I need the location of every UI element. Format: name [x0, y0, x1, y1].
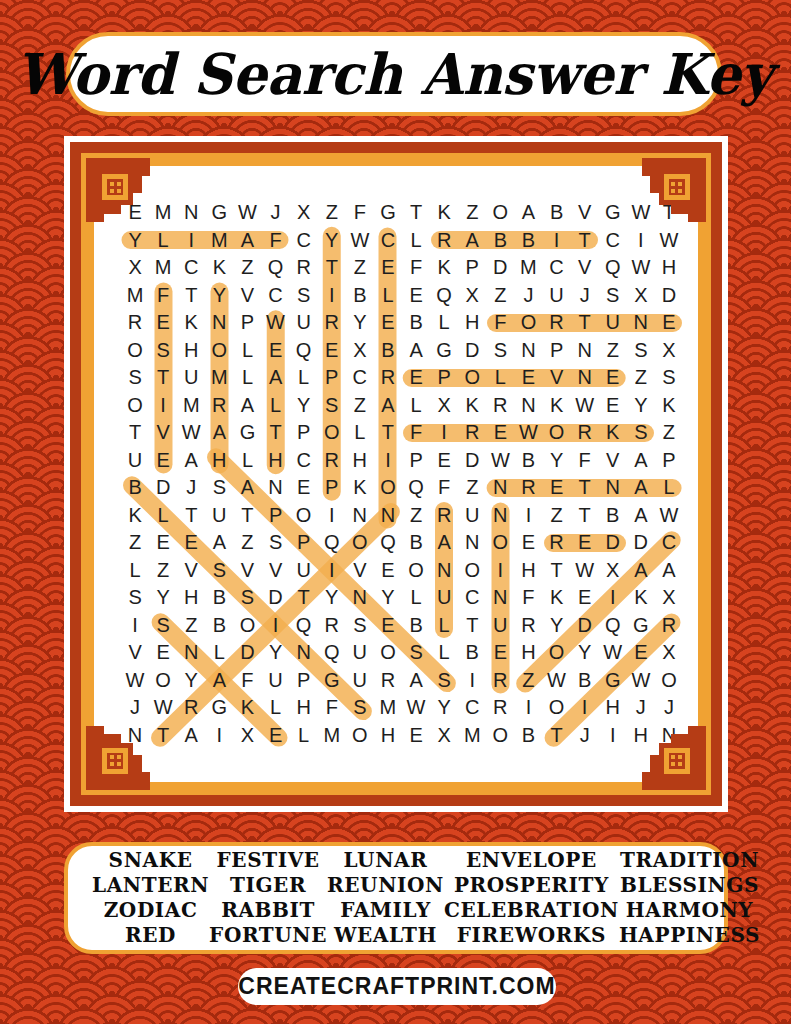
grid-cell: U [290, 557, 318, 585]
grid-cell: E [262, 337, 290, 365]
grid-cell: S [262, 529, 290, 557]
grid-cell: H [458, 309, 486, 337]
word-list-item: TIGER [230, 873, 306, 898]
grid-cell: S [205, 474, 233, 502]
grid-cell: I [430, 419, 458, 447]
grid-cell: Q [318, 529, 346, 557]
grid-cell: L [262, 694, 290, 722]
grid-cell: U [543, 282, 571, 310]
grid-cell: M [458, 722, 486, 750]
grid-cell: T [318, 254, 346, 282]
word-list-item: SNAKE [109, 848, 193, 873]
grid-cell: E [655, 309, 683, 337]
grid-cell: W [514, 419, 542, 447]
grid-cell: Z [458, 199, 486, 227]
grid-cell: F [149, 282, 177, 310]
grid-cell: O [318, 419, 346, 447]
grid-cell: P [402, 447, 430, 475]
grid-cell: O [458, 364, 486, 392]
grid-cell: Q [318, 639, 346, 667]
grid-cell: L [374, 282, 402, 310]
grid-cell: T [290, 584, 318, 612]
grid-cell: U [430, 584, 458, 612]
word-list-item: HAPPINESS [619, 923, 760, 948]
grid-cell: R [374, 364, 402, 392]
grid-cell: H [599, 694, 627, 722]
grid-cell: H [374, 722, 402, 750]
grid-cell: C [177, 254, 205, 282]
grid-cell: G [599, 667, 627, 695]
grid-cell: E [402, 722, 430, 750]
grid-cell: G [374, 199, 402, 227]
grid-cell: I [149, 392, 177, 420]
grid-cell: O [290, 502, 318, 530]
grid-cell: Z [149, 557, 177, 585]
grid-cell: B [514, 447, 542, 475]
grid-cell: M [149, 254, 177, 282]
grid-cell: J [177, 474, 205, 502]
word-list-item: REUNION [327, 873, 444, 898]
grid-cell: N [205, 309, 233, 337]
grid-cell: R [514, 612, 542, 640]
grid-cell: E [514, 364, 542, 392]
grid-cell: C [543, 254, 571, 282]
grid-cell: N [514, 392, 542, 420]
grid-cell: H [262, 447, 290, 475]
grid-cell: T [177, 502, 205, 530]
grid-cell: F [346, 199, 374, 227]
grid-cell: O [486, 199, 514, 227]
grid-cell: K [655, 392, 683, 420]
grid-cell: N [262, 474, 290, 502]
grid-cell: F [514, 584, 542, 612]
grid-cell: D [627, 529, 655, 557]
letter-grid: EMNGWJXZFGTKZOABVGWTYLIMAFCYWCLRABBITCIW… [121, 199, 683, 749]
grid-cell: S [346, 612, 374, 640]
grid-cell: S [655, 364, 683, 392]
grid-cell: R [318, 447, 346, 475]
grid-cell: S [233, 584, 261, 612]
grid-cell: B [514, 722, 542, 750]
grid-cell: H [655, 254, 683, 282]
grid-cell: J [262, 199, 290, 227]
grid-cell: K [599, 419, 627, 447]
grid-cell: K [543, 584, 571, 612]
grid-cell: Z [346, 254, 374, 282]
grid-cell: B [121, 474, 149, 502]
grid-cell: Z [233, 529, 261, 557]
word-list-column: ENVELOPEPROSPERITYCELEBRATIONFIREWORKS [444, 848, 619, 948]
grid-cell: C [290, 227, 318, 255]
grid-cell: Y [543, 447, 571, 475]
grid-cell: E [486, 419, 514, 447]
grid-cell: O [458, 557, 486, 585]
grid-cell: R [486, 667, 514, 695]
grid-cell: X [121, 254, 149, 282]
grid-cell: U [346, 639, 374, 667]
grid-cell: Z [627, 364, 655, 392]
grid-cell: K [430, 199, 458, 227]
grid-cell: A [655, 557, 683, 585]
grid-cell: K [627, 584, 655, 612]
grid-cell: O [374, 639, 402, 667]
grid-cell: H [514, 557, 542, 585]
grid-cell: U [205, 502, 233, 530]
grid-cell: C [262, 282, 290, 310]
grid-cell: U [177, 364, 205, 392]
grid-cell: N [458, 529, 486, 557]
grid-cell: P [318, 364, 346, 392]
grid-cell: S [627, 337, 655, 365]
puzzle-grid-area: EMNGWJXZFGTKZOABVGWTYLIMAFCYWCLRABBITCIW… [121, 199, 683, 749]
grid-cell: B [402, 612, 430, 640]
grid-cell: H [514, 639, 542, 667]
grid-cell: V [233, 557, 261, 585]
grid-cell: N [430, 557, 458, 585]
grid-cell: F [318, 694, 346, 722]
grid-cell: F [486, 309, 514, 337]
grid-cell: Z [233, 254, 261, 282]
grid-cell: R [655, 612, 683, 640]
grid-cell: D [262, 584, 290, 612]
grid-cell: T [543, 557, 571, 585]
grid-cell: Y [205, 282, 233, 310]
grid-cell: G [233, 419, 261, 447]
grid-cell: Y [571, 639, 599, 667]
grid-cell: V [543, 364, 571, 392]
grid-cell: X [655, 639, 683, 667]
grid-cell: A [402, 667, 430, 695]
grid-cell: V [346, 557, 374, 585]
grid-cell: R [543, 309, 571, 337]
grid-cell: F [402, 254, 430, 282]
grid-cell: S [627, 419, 655, 447]
grid-cell: U [486, 612, 514, 640]
grid-cell: I [205, 722, 233, 750]
grid-cell: U [599, 309, 627, 337]
grid-cell: K [458, 392, 486, 420]
grid-cell: L [430, 309, 458, 337]
grid-cell: E [374, 254, 402, 282]
grid-cell: B [402, 309, 430, 337]
grid-cell: O [121, 337, 149, 365]
footer-badge: CREATECRAFTPRINT.COM [238, 968, 556, 1005]
grid-cell: M [177, 392, 205, 420]
grid-cell: T [543, 722, 571, 750]
grid-cell: E [149, 309, 177, 337]
word-list-column: TRADITIONBLESSINGSHARMONYHAPPINESS [619, 848, 760, 948]
grid-cell: I [262, 612, 290, 640]
grid-cell: R [430, 502, 458, 530]
grid-cell: A [233, 392, 261, 420]
title-banner: Word Search Answer Key [66, 32, 722, 116]
grid-cell: H [177, 337, 205, 365]
grid-cell: Q [262, 254, 290, 282]
grid-cell: I [121, 612, 149, 640]
grid-cell: F [571, 447, 599, 475]
grid-cell: B [346, 282, 374, 310]
grid-cell: Q [402, 474, 430, 502]
grid-cell: L [402, 584, 430, 612]
word-list-item: WEALTH [334, 923, 437, 948]
word-list-column: FESTIVETIGERRABBITFORTUNE [209, 848, 327, 948]
grid-cell: A [177, 447, 205, 475]
grid-cell: L [233, 447, 261, 475]
grid-cell: D [458, 447, 486, 475]
grid-cell: L [121, 557, 149, 585]
grid-cell: U [346, 667, 374, 695]
grid-cell: A [627, 557, 655, 585]
grid-cell: E [374, 612, 402, 640]
grid-cell: R [543, 529, 571, 557]
grid-cell: Z [121, 529, 149, 557]
word-list-panel: SNAKELANTERNZODIACREDFESTIVETIGERRABBITF… [64, 842, 728, 954]
grid-cell: R [121, 309, 149, 337]
grid-cell: V [571, 254, 599, 282]
grid-cell: T [233, 502, 261, 530]
grid-cell: A [402, 337, 430, 365]
grid-cell: A [205, 419, 233, 447]
grid-cell: Z [543, 502, 571, 530]
grid-cell: N [374, 502, 402, 530]
grid-cell: A [430, 529, 458, 557]
grid-cell: G [318, 667, 346, 695]
grid-cell: E [599, 364, 627, 392]
grid-cell: T [571, 309, 599, 337]
grid-cell: E [430, 447, 458, 475]
grid-cell: Z [177, 612, 205, 640]
word-list-item: FIREWORKS [457, 923, 606, 948]
grid-cell: P [290, 667, 318, 695]
grid-cell: M [205, 227, 233, 255]
grid-cell: E [149, 639, 177, 667]
grid-cell: B [599, 502, 627, 530]
word-list-item: ZODIAC [104, 898, 198, 923]
grid-cell: L [149, 502, 177, 530]
grid-cell: F [430, 474, 458, 502]
grid-cell: J [571, 722, 599, 750]
grid-cell: W [599, 639, 627, 667]
grid-cell: E [374, 557, 402, 585]
grid-cell: M [374, 694, 402, 722]
grid-cell: I [318, 502, 346, 530]
grid-cell: I [514, 694, 542, 722]
grid-cell: F [262, 227, 290, 255]
grid-cell: O [655, 667, 683, 695]
grid-cell: Q [599, 254, 627, 282]
grid-cell: T [374, 419, 402, 447]
grid-cell: E [599, 392, 627, 420]
grid-cell: D [233, 639, 261, 667]
corner-ornament-top-left [86, 158, 162, 234]
grid-cell: T [149, 364, 177, 392]
grid-cell: C [346, 364, 374, 392]
grid-cell: U [290, 309, 318, 337]
grid-cell: R [177, 694, 205, 722]
grid-cell: B [571, 667, 599, 695]
grid-cell: Y [177, 667, 205, 695]
grid-cell: N [346, 584, 374, 612]
grid-cell: A [233, 474, 261, 502]
word-list-item: RED [125, 923, 176, 948]
grid-cell: R [458, 419, 486, 447]
grid-cell: Z [514, 667, 542, 695]
grid-cell: O [486, 529, 514, 557]
grid-cell: C [458, 694, 486, 722]
grid-cell: B [402, 529, 430, 557]
grid-cell: I [599, 584, 627, 612]
grid-cell: O [346, 529, 374, 557]
grid-cell: S [205, 557, 233, 585]
grid-cell: V [262, 557, 290, 585]
grid-cell: A [627, 474, 655, 502]
corner-ornament-top-right [630, 158, 706, 234]
grid-cell: W [571, 557, 599, 585]
grid-cell: H [290, 694, 318, 722]
grid-cell: X [290, 199, 318, 227]
grid-cell: S [121, 584, 149, 612]
grid-cell: E [149, 447, 177, 475]
grid-cell: W [627, 667, 655, 695]
grid-cell: G [627, 612, 655, 640]
grid-cell: N [486, 502, 514, 530]
grid-cell: I [599, 722, 627, 750]
grid-cell: N [290, 639, 318, 667]
grid-cell: N [571, 337, 599, 365]
grid-cell: A [205, 667, 233, 695]
grid-cell: S [486, 337, 514, 365]
grid-cell: E [514, 529, 542, 557]
grid-cell: Y [318, 584, 346, 612]
grid-cell: H [177, 584, 205, 612]
grid-cell: K [177, 309, 205, 337]
word-list-column: LUNARREUNIONFAMILYWEALTH [327, 848, 444, 948]
grid-cell: R [486, 392, 514, 420]
grid-cell: A [374, 392, 402, 420]
grid-cell: H [205, 447, 233, 475]
grid-cell: E [262, 722, 290, 750]
word-list-item: ENVELOPE [466, 848, 597, 873]
grid-cell: T [177, 282, 205, 310]
grid-cell: K [543, 392, 571, 420]
grid-cell: N [514, 337, 542, 365]
grid-cell: P [458, 254, 486, 282]
grid-cell: E [627, 639, 655, 667]
grid-cell: K [205, 254, 233, 282]
grid-cell: K [233, 694, 261, 722]
grid-cell: R [571, 419, 599, 447]
grid-cell: W [121, 667, 149, 695]
grid-cell: A [627, 502, 655, 530]
grid-cell: J [514, 282, 542, 310]
grid-cell: I [543, 227, 571, 255]
grid-cell: Y [430, 694, 458, 722]
grid-cell: W [177, 419, 205, 447]
grid-cell: N [571, 364, 599, 392]
grid-cell: Z [599, 337, 627, 365]
grid-cell: W [402, 694, 430, 722]
grid-cell: P [262, 502, 290, 530]
grid-cell: O [402, 557, 430, 585]
grid-cell: T [121, 419, 149, 447]
grid-cell: Q [290, 337, 318, 365]
grid-cell: K [346, 474, 374, 502]
word-list-item: LANTERN [92, 873, 209, 898]
grid-cell: S [402, 639, 430, 667]
grid-cell: D [486, 254, 514, 282]
grid-cell: Q [374, 529, 402, 557]
grid-cell: M [121, 282, 149, 310]
grid-cell: A [177, 722, 205, 750]
grid-cell: P [233, 309, 261, 337]
grid-cell: W [262, 309, 290, 337]
grid-cell: V [177, 557, 205, 585]
grid-cell: S [430, 667, 458, 695]
word-list-item: PROSPERITY [454, 873, 609, 898]
grid-cell: U [262, 667, 290, 695]
grid-cell: X [655, 584, 683, 612]
grid-cell: G [205, 199, 233, 227]
grid-cell: D [655, 282, 683, 310]
grid-cell: Z [402, 502, 430, 530]
grid-cell: L [233, 364, 261, 392]
grid-cell: R [374, 667, 402, 695]
grid-cell: S [599, 282, 627, 310]
website-url: CREATECRAFTPRINT.COM [238, 973, 555, 1000]
grid-cell: P [290, 529, 318, 557]
grid-cell: B [486, 227, 514, 255]
grid-cell: M [205, 364, 233, 392]
grid-cell: W [571, 392, 599, 420]
grid-cell: A [205, 529, 233, 557]
grid-cell: X [599, 557, 627, 585]
grid-cell: K [430, 254, 458, 282]
grid-cell: S [318, 392, 346, 420]
grid-cell: R [514, 474, 542, 502]
grid-cell: I [571, 694, 599, 722]
grid-cell: X [458, 282, 486, 310]
grid-cell: O [543, 694, 571, 722]
grid-cell: Z [346, 392, 374, 420]
grid-cell: E [486, 639, 514, 667]
grid-cell: B [205, 612, 233, 640]
grid-cell: O [374, 474, 402, 502]
grid-cell: X [346, 337, 374, 365]
grid-cell: B [458, 639, 486, 667]
corner-ornament-bottom-left [86, 714, 162, 790]
grid-cell: Y [627, 392, 655, 420]
grid-cell: Y [262, 639, 290, 667]
grid-cell: M [514, 254, 542, 282]
grid-cell: P [290, 419, 318, 447]
word-list-item: FAMILY [340, 898, 431, 923]
grid-cell: E [402, 282, 430, 310]
grid-cell: N [177, 199, 205, 227]
grid-cell: R [205, 392, 233, 420]
grid-cell: O [543, 639, 571, 667]
grid-cell: T [571, 227, 599, 255]
grid-cell: J [571, 282, 599, 310]
grid-cell: D [599, 529, 627, 557]
word-list-item: FORTUNE [209, 923, 327, 948]
grid-cell: L [430, 639, 458, 667]
grid-cell: L [486, 364, 514, 392]
word-list-item: TRADITION [620, 848, 759, 873]
grid-cell: E [402, 364, 430, 392]
grid-cell: P [543, 337, 571, 365]
grid-cell: F [233, 667, 261, 695]
grid-cell: L [262, 392, 290, 420]
